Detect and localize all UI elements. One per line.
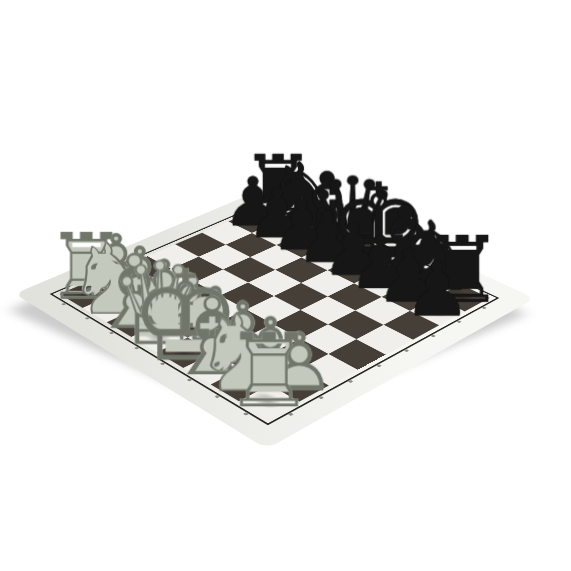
vinyl-chess-mat (14, 182, 534, 449)
eyelet-dot-bottom-6 (186, 378, 191, 381)
square-a1 (59, 281, 113, 308)
chess-board (59, 199, 489, 418)
scene (0, 0, 571, 571)
eyelet-dot-right-6 (347, 379, 352, 382)
white-rook-a1 (16, 221, 156, 313)
square-g7 (381, 283, 435, 310)
eyelet-dot-bottom-5 (160, 362, 165, 365)
eyelet-dot-bottom-7 (214, 394, 220, 397)
eyelet-dot-right-7 (318, 395, 324, 398)
board-frame-line (49, 195, 499, 424)
product-photo (0, 0, 571, 571)
eyelet-dot-bottom-3 (109, 331, 114, 334)
eyelet-dot-bottom-4 (134, 346, 139, 349)
black-rook-a8 (214, 144, 341, 227)
